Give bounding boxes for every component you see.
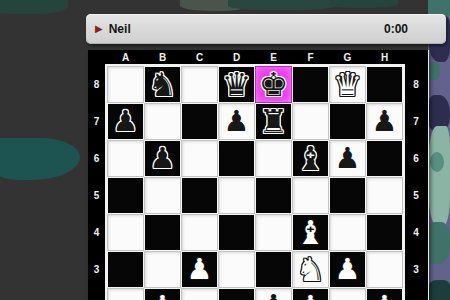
piece-black-bishop: ♝ — [292, 140, 329, 177]
square-a6[interactable] — [107, 140, 144, 177]
rank-label-3: 3 — [405, 251, 427, 288]
piece-black-pawn: ♟ — [366, 103, 403, 140]
rank-label-4: 4 — [405, 214, 427, 251]
board-grid: ♞♛♚♛♟♟♜♟♟♝♟♝♟♞♟♟♝♟♟ — [107, 66, 403, 300]
piece-white-queen: ♛ — [329, 66, 366, 103]
rank-label-5: 5 — [88, 177, 105, 214]
file-label-b: B — [144, 50, 181, 65]
square-c3[interactable]: ♟ — [181, 251, 218, 288]
square-g2[interactable] — [329, 288, 366, 300]
square-d7[interactable]: ♟ — [218, 103, 255, 140]
square-c8[interactable] — [181, 66, 218, 103]
piece-white-knight: ♞ — [292, 251, 329, 288]
square-g6[interactable]: ♟ — [329, 140, 366, 177]
background-texture-patch — [228, 0, 336, 10]
square-b7[interactable] — [144, 103, 181, 140]
background-texture-patch — [428, 126, 450, 226]
square-d4[interactable] — [218, 214, 255, 251]
square-c6[interactable] — [181, 140, 218, 177]
piece-black-knight: ♞ — [144, 66, 181, 103]
piece-black-rook: ♜ — [255, 103, 292, 140]
file-label-g: G — [329, 50, 366, 65]
file-label-h: H — [366, 50, 403, 65]
rank-label-7: 7 — [405, 103, 427, 140]
square-a8[interactable] — [107, 66, 144, 103]
rank-label-8: 8 — [405, 66, 427, 103]
square-a3[interactable] — [107, 251, 144, 288]
rank-label-3: 3 — [88, 251, 105, 288]
piece-white-pawn: ♟ — [366, 288, 403, 300]
square-c7[interactable] — [181, 103, 218, 140]
rank-label-6: 6 — [405, 140, 427, 177]
rank-label-7: 7 — [88, 103, 105, 140]
square-a7[interactable]: ♟ — [107, 103, 144, 140]
file-label-e: E — [255, 50, 292, 65]
square-a5[interactable] — [107, 177, 144, 214]
rank-labels-right: 87654321 — [405, 66, 427, 300]
background-texture-patch — [0, 0, 68, 14]
background-texture-patch — [0, 138, 80, 180]
square-h5[interactable] — [366, 177, 403, 214]
square-h3[interactable] — [366, 251, 403, 288]
square-c4[interactable] — [181, 214, 218, 251]
piece-black-pawn: ♟ — [107, 103, 144, 140]
rank-label-5: 5 — [405, 177, 427, 214]
file-label-f: F — [292, 50, 329, 65]
square-a2[interactable] — [107, 288, 144, 300]
square-b3[interactable] — [144, 251, 181, 288]
square-f5[interactable] — [292, 177, 329, 214]
background-texture-patch — [428, 222, 450, 264]
square-g5[interactable] — [329, 177, 366, 214]
piece-white-pawn: ♟ — [292, 288, 329, 300]
player-clock: 0:00 — [384, 22, 408, 36]
background-texture-patch — [330, 0, 398, 8]
square-b6[interactable]: ♟ — [144, 140, 181, 177]
square-b5[interactable] — [144, 177, 181, 214]
square-d3[interactable] — [218, 251, 255, 288]
rank-label-6: 6 — [88, 140, 105, 177]
file-label-c: C — [181, 50, 218, 65]
piece-black-bishop: ♝ — [255, 288, 292, 300]
square-h7[interactable]: ♟ — [366, 103, 403, 140]
piece-black-queen: ♛ — [218, 66, 255, 103]
square-c5[interactable] — [181, 177, 218, 214]
square-e4[interactable] — [255, 214, 292, 251]
player-bar: ▶ Neil 0:00 — [86, 14, 446, 44]
square-e3[interactable] — [255, 251, 292, 288]
square-b8[interactable]: ♞ — [144, 66, 181, 103]
square-b4[interactable] — [144, 214, 181, 251]
square-f6[interactable]: ♝ — [292, 140, 329, 177]
square-e8[interactable]: ♚ — [255, 66, 292, 103]
square-f2[interactable]: ♟ — [292, 288, 329, 300]
piece-black-pawn: ♟ — [329, 140, 366, 177]
player-name: Neil — [109, 22, 131, 36]
square-h2[interactable]: ♟ — [366, 288, 403, 300]
square-g8[interactable]: ♛ — [329, 66, 366, 103]
rank-label-8: 8 — [88, 66, 105, 103]
rank-label-4: 4 — [88, 214, 105, 251]
square-f7[interactable] — [292, 103, 329, 140]
board-inner-frame: ♞♛♚♛♟♟♜♟♟♝♟♝♟♞♟♟♝♟♟ — [105, 64, 405, 300]
piece-white-bishop: ♝ — [292, 214, 329, 251]
background-texture-patch — [428, 62, 440, 80]
square-h8[interactable] — [366, 66, 403, 103]
chess-board: ABCDEFGH 87654321 87654321 ♞♛♚♛♟♟♜♟♟♝♟♝♟… — [88, 50, 429, 300]
rank-label-2: 2 — [88, 288, 105, 300]
square-e6[interactable] — [255, 140, 292, 177]
piece-black-king: ♚ — [255, 66, 292, 103]
square-h4[interactable] — [366, 214, 403, 251]
piece-white-pawn: ♟ — [144, 288, 181, 300]
square-g3[interactable]: ♟ — [329, 251, 366, 288]
turn-flag-icon: ▶ — [95, 14, 103, 44]
square-d6[interactable] — [218, 140, 255, 177]
square-d2[interactable] — [218, 288, 255, 300]
piece-white-pawn: ♟ — [181, 251, 218, 288]
square-c2[interactable] — [181, 288, 218, 300]
background-texture-patch — [428, 280, 450, 300]
square-f3[interactable]: ♞ — [292, 251, 329, 288]
square-f4[interactable]: ♝ — [292, 214, 329, 251]
piece-black-pawn: ♟ — [144, 140, 181, 177]
square-e5[interactable] — [255, 177, 292, 214]
square-b2[interactable]: ♟ — [144, 288, 181, 300]
piece-black-pawn: ♟ — [218, 103, 255, 140]
file-label-a: A — [107, 50, 144, 65]
file-label-d: D — [218, 50, 255, 65]
background-texture-patch — [430, 152, 444, 172]
square-g7[interactable] — [329, 103, 366, 140]
square-e7[interactable]: ♜ — [255, 103, 292, 140]
rank-label-2: 2 — [405, 288, 427, 300]
square-e2[interactable]: ♝ — [255, 288, 292, 300]
square-a4[interactable] — [107, 214, 144, 251]
square-f8[interactable] — [292, 66, 329, 103]
file-labels: ABCDEFGH — [107, 50, 403, 64]
square-h6[interactable] — [366, 140, 403, 177]
rank-labels-left: 87654321 — [88, 66, 105, 300]
piece-white-pawn: ♟ — [329, 251, 366, 288]
square-g4[interactable] — [329, 214, 366, 251]
square-d8[interactable]: ♛ — [218, 66, 255, 103]
square-d5[interactable] — [218, 177, 255, 214]
app-window: ▶ Neil 0:00 ABCDEFGH 87654321 87654321 ♞… — [0, 0, 450, 300]
